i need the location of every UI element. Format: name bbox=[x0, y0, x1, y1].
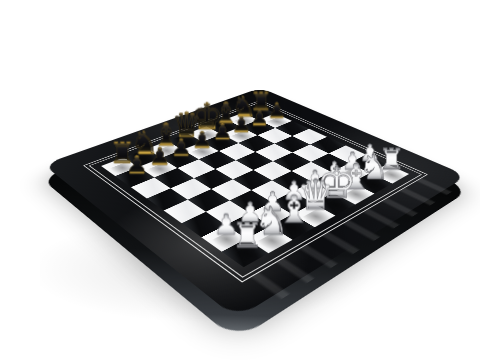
chess-set-photo: ♜♞♝♛♚♝♞♜♟♟♟♟♟♟♟♟♟♟♟♟♟♟♟♟♜♞♝♛♚♝♞♜ bbox=[0, 0, 480, 360]
white-rook-glyph: ♜ bbox=[211, 218, 285, 254]
square-a1: ♜ bbox=[222, 238, 269, 267]
black-pawn-glyph: ♟ bbox=[106, 153, 167, 178]
